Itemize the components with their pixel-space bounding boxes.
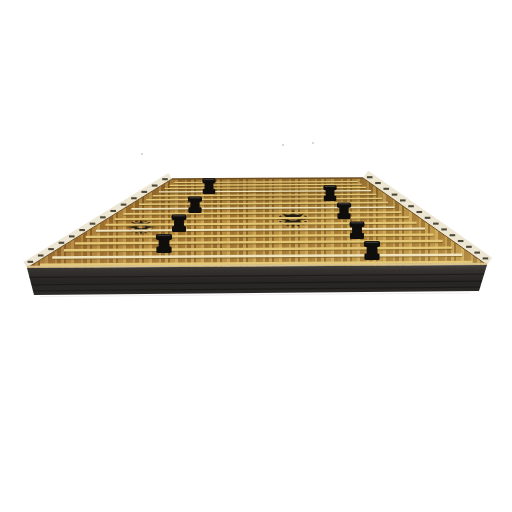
- bridge-cap-highlight: [338, 203, 349, 204]
- dust-speck: [141, 153, 143, 155]
- bridge-neck: [326, 190, 335, 197]
- bridge-base: [324, 196, 337, 201]
- bridge-cap-highlight: [204, 179, 215, 180]
- rosette-dot: [304, 216, 307, 217]
- bridge-base: [203, 189, 216, 194]
- bridge-base: [364, 254, 379, 260]
- bridge-neck: [352, 226, 362, 233]
- santur-photo: [0, 0, 512, 512]
- bridge-neck: [205, 183, 214, 190]
- bridge-cap-highlight: [158, 235, 171, 236]
- bridge-cap-highlight: [325, 186, 336, 187]
- bridge-cap-highlight: [173, 215, 185, 216]
- dust-speck: [282, 144, 284, 146]
- rosette-dot: [304, 221, 307, 222]
- back-edge-line: [172, 178, 363, 179]
- bridge-base: [337, 213, 350, 219]
- bridge-neck: [367, 246, 378, 254]
- bridge-base: [156, 247, 171, 253]
- rosette-dot: [279, 221, 282, 222]
- bridge-neck: [159, 239, 170, 247]
- bridge-neck: [174, 219, 184, 226]
- dust-speck: [312, 142, 314, 144]
- bridge-cap-highlight: [189, 197, 200, 198]
- bridge-cap-highlight: [366, 242, 379, 243]
- bridge-neck: [190, 201, 199, 208]
- bridge-neck: [339, 207, 348, 214]
- rosette-dot: [279, 216, 282, 217]
- bridge-base: [188, 207, 201, 213]
- product-photo: [0, 0, 512, 512]
- bridge-base: [172, 226, 186, 232]
- bridge-base: [350, 233, 364, 239]
- bridge-cap-highlight: [351, 222, 363, 223]
